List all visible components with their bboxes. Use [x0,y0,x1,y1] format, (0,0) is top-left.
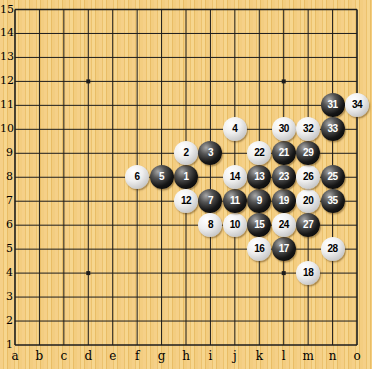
stone-35-black-n7[interactable]: 35 [321,189,345,213]
gomoku-board-diagram: 151413121110987654321 abcdefghijklmno 12… [0,0,372,369]
stone-number: 2 [183,148,188,158]
star-point-d4 [86,271,90,275]
stone-23-black-l8[interactable]: 23 [272,165,296,189]
stone-number: 30 [279,124,289,134]
stone-19-black-l7[interactable]: 19 [272,189,296,213]
column-label-m: m [298,350,318,363]
stone-33-black-n10[interactable]: 33 [321,117,345,141]
stone-number: 11 [230,196,240,206]
stone-24-white-l6[interactable]: 24 [272,213,296,237]
stone-number: 21 [279,148,289,158]
stone-number: 26 [303,172,313,182]
stone-number: 34 [352,100,362,110]
stone-number: 17 [279,244,289,254]
star-point-l4 [282,271,286,275]
column-label-b: b [29,350,49,363]
stone-number: 10 [230,220,240,230]
row-label-12: 12 [0,75,13,87]
stone-number: 31 [328,100,338,110]
column-label-a: a [5,350,25,363]
column-label-k: k [249,350,269,363]
row-label-11: 11 [0,99,13,111]
stone-number: 23 [279,172,289,182]
stone-number: 20 [303,196,313,206]
row-label-10: 10 [0,123,13,135]
stone-number: 13 [254,172,264,182]
stone-11-black-j7[interactable]: 11 [223,189,247,213]
column-label-l: l [274,350,294,363]
stone-number: 16 [254,244,264,254]
column-label-i: i [200,350,220,363]
row-label-14: 14 [0,27,13,39]
stone-number: 27 [303,220,313,230]
stone-number: 14 [230,172,240,182]
stone-14-white-j8[interactable]: 14 [223,165,247,189]
stone-17-black-l5[interactable]: 17 [272,237,296,261]
stone-number: 15 [254,220,264,230]
row-label-2: 2 [0,315,13,327]
row-label-8: 8 [0,171,13,183]
column-label-o: o [347,350,367,363]
column-label-g: g [152,350,172,363]
stone-28-white-n5[interactable]: 28 [321,237,345,261]
stone-5-black-g8[interactable]: 5 [150,165,174,189]
row-label-7: 7 [0,195,13,207]
column-label-n: n [323,350,343,363]
stone-number: 35 [328,196,338,206]
stone-25-black-n8[interactable]: 25 [321,165,345,189]
row-label-5: 5 [0,243,13,255]
stone-number: 18 [303,268,313,278]
stone-number: 1 [183,172,188,182]
row-label-4: 4 [0,267,13,279]
stone-number: 29 [303,148,313,158]
column-label-e: e [103,350,123,363]
column-label-h: h [176,350,196,363]
stone-30-white-l10[interactable]: 30 [272,117,296,141]
stone-number: 5 [159,172,164,182]
star-point-d12 [86,79,90,83]
stone-number: 28 [328,244,338,254]
stone-number: 4 [232,124,237,134]
column-label-f: f [127,350,147,363]
stone-21-black-l9[interactable]: 21 [272,141,296,165]
stone-number: 24 [279,220,289,230]
stone-number: 12 [181,196,191,206]
stone-number: 6 [135,172,140,182]
stone-10-white-j6[interactable]: 10 [223,213,247,237]
row-label-3: 3 [0,291,13,303]
stone-4-white-j10[interactable]: 4 [223,117,247,141]
stone-number: 8 [208,220,213,230]
stone-number: 7 [208,196,213,206]
stone-number: 25 [328,172,338,182]
row-label-9: 9 [0,147,13,159]
column-label-d: d [78,350,98,363]
stone-number: 3 [208,148,213,158]
stone-number: 19 [279,196,289,206]
stone-number: 9 [257,196,262,206]
row-label-13: 13 [0,51,13,63]
stone-number: 32 [303,124,313,134]
row-label-15: 15 [0,4,13,16]
column-label-j: j [225,350,245,363]
stone-31-black-n11[interactable]: 31 [321,93,345,117]
column-label-c: c [54,350,74,363]
stone-number: 33 [328,124,338,134]
stone-number: 22 [254,148,264,158]
row-label-6: 6 [0,219,13,231]
star-point-l12 [282,79,286,83]
